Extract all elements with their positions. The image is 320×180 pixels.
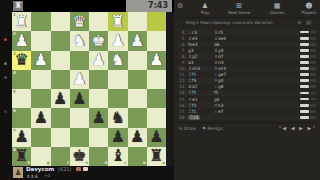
square-f7[interactable] <box>51 128 70 147</box>
tab-play[interactable]: ♟Play <box>190 2 220 15</box>
white-move[interactable]: ♗xh3 <box>188 66 200 71</box>
move-number: 13. <box>178 84 188 89</box>
square-g4[interactable] <box>31 70 50 89</box>
square-g7[interactable] <box>31 128 50 147</box>
tab-label: New Game <box>224 10 254 15</box>
square-c4[interactable] <box>108 70 127 89</box>
white-move[interactable]: ♖f3 <box>188 103 196 108</box>
openings-book-icon[interactable]: ≡ <box>297 19 302 25</box>
file-label: b <box>143 161 146 165</box>
square-b3[interactable] <box>128 51 147 70</box>
square-a8[interactable]: a♜ <box>147 147 166 166</box>
square-d4[interactable] <box>89 70 108 89</box>
white-move[interactable]: g3 <box>188 48 194 53</box>
gear-icon[interactable]: ⚙ <box>177 2 183 10</box>
square-e7[interactable] <box>70 128 89 147</box>
white-move[interactable]: a3 <box>188 60 193 65</box>
black-move[interactable]: ♕xh3 <box>214 66 240 71</box>
square-e1[interactable]: ♛ <box>70 12 89 31</box>
square-g3[interactable]: ♟ <box>31 51 50 70</box>
black-pawn[interactable]: ♟ <box>34 109 48 125</box>
square-f2[interactable] <box>51 31 70 50</box>
square-a2[interactable] <box>147 31 166 50</box>
square-c2[interactable]: ♟ <box>108 31 127 50</box>
white-pawn[interactable]: ♟ <box>91 52 105 68</box>
black-pawn[interactable]: ♟ <box>72 90 86 106</box>
sidebar-dot-dim <box>4 110 7 113</box>
black-rook[interactable]: ♜ <box>149 148 163 164</box>
square-c5[interactable] <box>108 89 127 108</box>
square-c7[interactable]: ♟ <box>108 128 127 147</box>
black-pawn[interactable]: ♟ <box>91 109 105 125</box>
move-number: 9. <box>178 60 188 65</box>
material-advantage: +1 <box>44 173 51 178</box>
player-badge-icon <box>83 167 88 171</box>
white-move[interactable]: ♗g2 <box>188 54 198 59</box>
square-e3[interactable] <box>70 51 89 70</box>
black-move[interactable]: ♗g4 <box>214 48 240 53</box>
square-h5[interactable]: 5 <box>12 89 31 108</box>
move-time-chips <box>300 98 318 101</box>
sidebar-dot-red <box>4 38 7 41</box>
black-move[interactable]: ♗xe3 <box>214 36 240 41</box>
black-move[interactable]: ♕d7 <box>214 54 240 59</box>
white-knight[interactable]: ♞ <box>72 32 86 48</box>
move-time-chips <box>300 49 318 52</box>
square-h4[interactable]: 4 <box>12 70 31 89</box>
square-d7[interactable] <box>89 128 108 147</box>
white-move[interactable]: ♗e3 <box>188 36 197 41</box>
rank-label: 4 <box>13 71 16 75</box>
black-king[interactable]: ♚ <box>72 148 86 164</box>
square-f3[interactable] <box>51 51 70 70</box>
move-time-chips <box>300 43 318 46</box>
move-number: 12. <box>178 78 188 83</box>
move-row: 18.♖c1 <box>178 114 318 120</box>
white-move[interactable]: ♖f1 <box>188 72 196 77</box>
black-pawn[interactable]: ♟ <box>149 129 163 145</box>
move-number: 4. <box>178 30 188 35</box>
move-time-chips <box>300 31 318 34</box>
move-number: 7. <box>178 48 188 53</box>
white-knight[interactable]: ♞ <box>111 52 125 68</box>
app-window: ♜ 7:43 1♜♛♜2♟♞♚♟♟3♛♟♟♞♟4♟5♟♟6♟♟♞7♟♟♟♟8h♜… <box>0 0 320 180</box>
square-c6[interactable]: ♞ <box>108 108 127 127</box>
square-h7[interactable]: 7♟ <box>12 128 31 147</box>
move-time-chips <box>300 92 318 95</box>
opening-name[interactable]: King's Pawn Opening: Leonardis Variation <box>186 20 294 25</box>
move-number: 5. <box>178 36 188 41</box>
square-g6[interactable]: ♟ <box>31 108 50 127</box>
square-h8[interactable]: 8h♜ <box>12 147 31 166</box>
move-time-chips <box>300 79 318 82</box>
move-number: 14. <box>178 90 188 95</box>
square-a7[interactable]: ♟ <box>147 128 166 147</box>
rank-label: 6 <box>13 109 16 113</box>
move-number: 11. <box>178 72 188 77</box>
white-move[interactable]: ♔d2 <box>188 84 198 89</box>
square-d8[interactable]: d <box>89 147 108 166</box>
white-pawn[interactable]: ♟ <box>14 32 28 48</box>
square-b5[interactable] <box>128 89 147 108</box>
opponent-avatar[interactable]: ♜ <box>13 1 23 11</box>
window-edge-strip <box>0 0 12 180</box>
black-move[interactable]: ♘g8 <box>214 84 240 89</box>
square-a3[interactable]: ♟ <box>147 51 166 70</box>
analysis-board-icon[interactable]: ▤ <box>306 19 311 25</box>
square-f5[interactable]: ♟ <box>51 89 70 108</box>
move-number: 6. <box>178 42 188 47</box>
square-c1[interactable]: ♜ <box>108 12 127 31</box>
move-number: 10. <box>178 66 188 71</box>
white-queen[interactable]: ♛ <box>72 13 86 29</box>
move-number: 17. <box>178 109 188 114</box>
plus-square-icon: ⊞ <box>224 2 254 10</box>
square-e5[interactable]: ♟ <box>70 89 89 108</box>
resign-button[interactable]: ⚑ Resign <box>202 126 223 131</box>
black-move[interactable]: ♗c5 <box>214 30 240 35</box>
white-pawn[interactable]: ♟ <box>34 52 48 68</box>
move-number: 15. <box>178 97 188 102</box>
square-e4[interactable]: ♟ <box>70 70 89 89</box>
square-f8[interactable]: f <box>51 147 70 166</box>
sidebar-dot-green <box>4 62 7 65</box>
square-a5[interactable] <box>147 89 166 108</box>
black-move[interactable]: f5 <box>214 90 240 95</box>
tab-players[interactable]: ☻Players <box>294 2 320 15</box>
black-pawn[interactable]: ♟ <box>14 129 28 145</box>
square-d5[interactable] <box>89 89 108 108</box>
opponent-clock: 7:43 <box>126 0 172 12</box>
tab-label: Play <box>190 10 220 15</box>
move-list[interactable]: 4.♘c3♗c55.♗e3♗xe36.fxe3d67.g3♗g48.♗g2♕d7… <box>178 29 318 120</box>
square-g2[interactable] <box>31 31 50 50</box>
game-controls: ½ Draw ⚑ Resign ❜◀ ◀ ▶ ▶❜ <box>178 122 316 133</box>
square-a6[interactable] <box>147 108 166 127</box>
black-move[interactable]: g6 <box>214 97 240 102</box>
move-time-chips <box>300 55 318 58</box>
white-pawn[interactable]: ♟ <box>72 71 86 87</box>
square-d6[interactable]: ♟ <box>89 108 108 127</box>
square-b8[interactable]: b <box>128 147 147 166</box>
pawn-icon: ♟ <box>190 2 220 10</box>
move-number: 8. <box>178 54 188 59</box>
square-d3[interactable]: ♟ <box>89 51 108 70</box>
square-e6[interactable] <box>70 108 89 127</box>
white-rook[interactable]: ♜ <box>111 13 125 29</box>
white-pawn[interactable]: ♟ <box>111 32 125 48</box>
white-move[interactable]: ♖f1 <box>188 90 196 95</box>
black-move[interactable]: ♕h3 <box>214 103 240 108</box>
square-f1[interactable] <box>51 12 70 31</box>
square-f6[interactable] <box>51 108 70 127</box>
white-move[interactable]: fxe3 <box>188 42 198 47</box>
tab-new-game[interactable]: ⊞New Game <box>224 2 254 15</box>
move-number: 16. <box>178 103 188 108</box>
black-bishop[interactable]: ♝ <box>111 148 125 164</box>
black-move[interactable]: ♘e7 <box>214 109 240 114</box>
square-a1[interactable] <box>147 12 166 31</box>
tab-label: Games <box>262 10 292 15</box>
square-h6[interactable]: 6 <box>12 108 31 127</box>
captured-pieces: ♗♗♙ <box>26 173 38 179</box>
square-g5[interactable] <box>31 89 50 108</box>
square-b2[interactable]: ♟ <box>128 31 147 50</box>
black-queen[interactable]: ♛ <box>14 52 28 68</box>
move-time-chips <box>300 67 318 70</box>
white-pawn[interactable]: ♟ <box>130 32 144 48</box>
file-label: g <box>47 161 50 165</box>
white-move[interactable]: ♖f1 <box>188 109 196 114</box>
square-d2[interactable]: ♚ <box>89 31 108 50</box>
tab-label: Players <box>294 10 320 15</box>
square-c3[interactable]: ♞ <box>108 51 127 70</box>
move-time-chips <box>300 110 318 113</box>
player-avatar[interactable]: ♟ <box>13 167 23 178</box>
file-label: f <box>67 161 69 165</box>
square-b7[interactable]: ♟ <box>128 128 147 147</box>
move-time-chips <box>300 73 318 76</box>
move-time-chips <box>300 61 318 64</box>
move-time-chips <box>300 37 318 40</box>
player-flair-icon <box>76 167 81 171</box>
white-move[interactable]: ♕e1 <box>188 97 197 102</box>
tab-games[interactable]: ▦Games <box>262 2 292 15</box>
square-b1[interactable] <box>128 12 147 31</box>
divider <box>174 17 320 18</box>
square-d1[interactable] <box>89 12 108 31</box>
white-pawn[interactable]: ♟ <box>149 52 163 68</box>
move-number: 18. <box>178 115 188 120</box>
square-h2[interactable]: 2♟ <box>12 31 31 50</box>
move-nav-arrows[interactable]: ❜◀ ◀ ▶ ▶❜ <box>279 125 316 131</box>
square-a4[interactable] <box>147 70 166 89</box>
move-time-chips <box>300 85 318 88</box>
chess-board[interactable]: 1♜♛♜2♟♞♚♟♟3♛♟♟♞♟4♟5♟♟6♟♟♞7♟♟♟♟8h♜gfe♚dc♝… <box>12 12 166 166</box>
black-move[interactable]: d6 <box>214 42 240 47</box>
draw-button[interactable]: ½ Draw <box>178 126 196 131</box>
sidebar-dot-grey <box>4 76 7 79</box>
square-f4[interactable] <box>51 70 70 89</box>
square-h1[interactable]: 1♜ <box>12 12 31 31</box>
white-move[interactable]: ♘c3 <box>188 30 197 35</box>
player-name[interactable]: Davycom <box>26 166 54 172</box>
black-rook[interactable]: ♜ <box>14 148 28 164</box>
grid-icon: ▦ <box>262 2 292 10</box>
square-e8[interactable]: e♚ <box>70 147 89 166</box>
square-e2[interactable]: ♞ <box>70 31 89 50</box>
black-move[interactable]: ♗h3 <box>214 60 240 65</box>
white-move[interactable]: ♖f3 <box>188 78 196 83</box>
person-icon: ☻ <box>294 2 320 10</box>
black-pawn[interactable]: ♟ <box>53 90 67 106</box>
file-label: d <box>104 161 107 165</box>
white-rook[interactable]: ♜ <box>14 13 28 29</box>
white-king[interactable]: ♚ <box>91 32 105 48</box>
black-move[interactable]: ♘ge7 <box>214 72 240 77</box>
move-time-chips <box>300 104 318 107</box>
move-time-chips <box>300 116 318 119</box>
square-b4[interactable] <box>128 70 147 89</box>
black-move[interactable]: ♕g4 <box>214 78 240 83</box>
rank-label: 5 <box>13 90 16 94</box>
square-g8[interactable]: g <box>31 147 50 166</box>
player-rating: (621) <box>58 166 71 172</box>
square-g1[interactable] <box>31 12 50 31</box>
square-h3[interactable]: 3♛ <box>12 51 31 70</box>
black-pawn[interactable]: ♟ <box>130 129 144 145</box>
square-b6[interactable] <box>128 108 147 127</box>
white-move[interactable]: ♖c1 <box>188 115 200 120</box>
square-c8[interactable]: c♝ <box>108 147 127 166</box>
black-knight[interactable]: ♞ <box>111 109 125 125</box>
black-pawn[interactable]: ♟ <box>111 129 125 145</box>
